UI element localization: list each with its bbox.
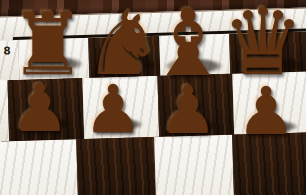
square-a6[interactable] xyxy=(0,139,78,195)
piece-black-pawn-d7[interactable]: ♟ xyxy=(206,79,306,145)
chess-app-screenshot: 8 ♜♞♝♛♟♟♟♟ xyxy=(0,0,306,195)
